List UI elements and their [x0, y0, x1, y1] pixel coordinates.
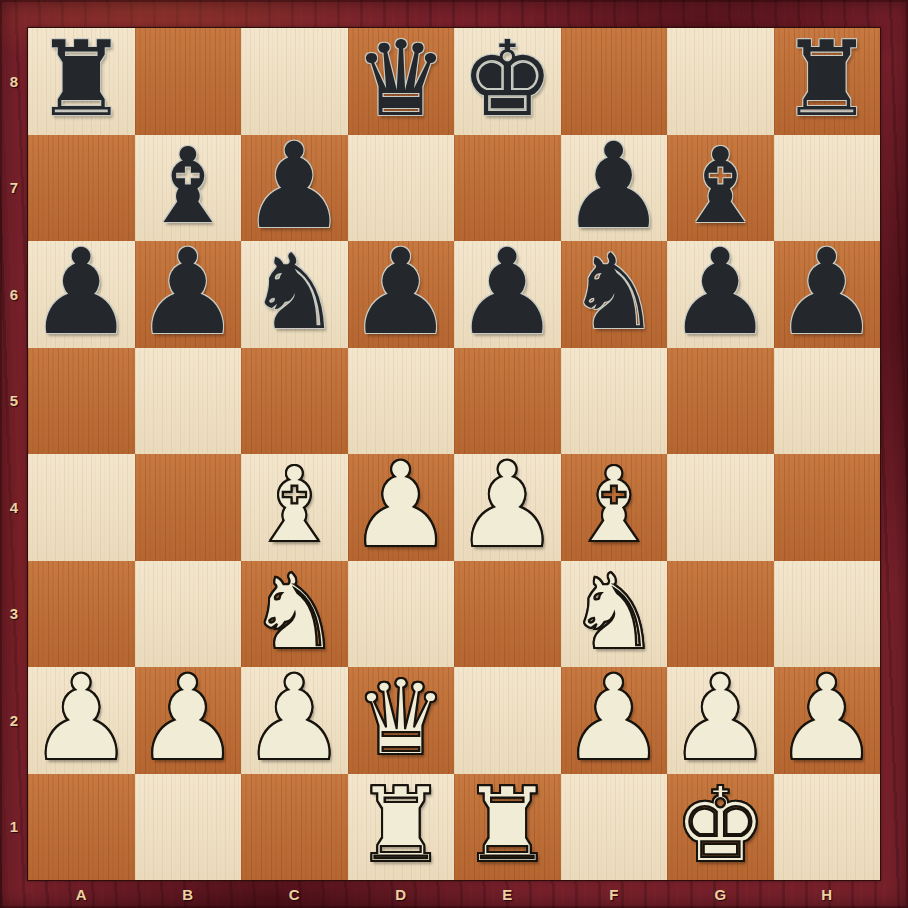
square-a5[interactable]	[28, 348, 135, 455]
square-g6[interactable]: ♟	[667, 241, 774, 348]
square-d5[interactable]	[348, 348, 455, 455]
square-f1[interactable]	[561, 774, 668, 881]
black-rook[interactable]: ♜	[35, 28, 128, 131]
square-c5[interactable]	[241, 348, 348, 455]
white-rook[interactable]: ♜	[461, 774, 554, 877]
rank-label-6: 6	[10, 286, 18, 303]
white-pawn[interactable]: ♟	[561, 667, 667, 774]
black-rook[interactable]: ♜	[780, 28, 873, 131]
square-h3[interactable]	[774, 561, 881, 668]
square-d3[interactable]	[348, 561, 455, 668]
black-pawn[interactable]: ♟	[774, 241, 880, 348]
black-pawn[interactable]: ♟	[454, 241, 560, 348]
black-queen[interactable]: ♛	[354, 28, 447, 131]
white-rook[interactable]: ♜	[354, 774, 447, 877]
square-c3[interactable]: ♞	[241, 561, 348, 668]
white-pawn[interactable]: ♟	[348, 454, 454, 561]
square-a8[interactable]: ♜	[28, 28, 135, 135]
square-b3[interactable]	[135, 561, 242, 668]
black-pawn[interactable]: ♟	[135, 241, 241, 348]
white-pawn[interactable]: ♟	[241, 667, 347, 774]
square-h5[interactable]	[774, 348, 881, 455]
white-pawn[interactable]: ♟	[774, 667, 880, 774]
square-d8[interactable]: ♛	[348, 28, 455, 135]
white-knight[interactable]: ♞	[567, 561, 660, 664]
file-label-c: C	[289, 886, 300, 903]
square-b6[interactable]: ♟	[135, 241, 242, 348]
black-knight[interactable]: ♞	[248, 241, 341, 344]
file-label-g: G	[714, 886, 726, 903]
square-a6[interactable]: ♟	[28, 241, 135, 348]
square-h8[interactable]: ♜	[774, 28, 881, 135]
square-d7[interactable]	[348, 135, 455, 242]
square-f3[interactable]: ♞	[561, 561, 668, 668]
square-b1[interactable]	[135, 774, 242, 881]
square-b4[interactable]	[135, 454, 242, 561]
black-pawn[interactable]: ♟	[28, 241, 134, 348]
square-d2[interactable]: ♛	[348, 667, 455, 774]
square-f8[interactable]	[561, 28, 668, 135]
square-a1[interactable]	[28, 774, 135, 881]
square-g1[interactable]: ♚	[667, 774, 774, 881]
square-g2[interactable]: ♟	[667, 667, 774, 774]
square-f2[interactable]: ♟	[561, 667, 668, 774]
square-e6[interactable]: ♟	[454, 241, 561, 348]
file-label-h: H	[821, 886, 832, 903]
rank-label-5: 5	[10, 392, 18, 409]
white-bishop[interactable]: ♝	[567, 454, 660, 557]
square-b7[interactable]: ♝	[135, 135, 242, 242]
file-label-b: B	[182, 886, 193, 903]
square-c8[interactable]	[241, 28, 348, 135]
square-h1[interactable]	[774, 774, 881, 881]
file-label-f: F	[609, 886, 618, 903]
black-pawn[interactable]: ♟	[667, 241, 773, 348]
white-pawn[interactable]: ♟	[135, 667, 241, 774]
square-f4[interactable]: ♝	[561, 454, 668, 561]
square-g4[interactable]	[667, 454, 774, 561]
square-b2[interactable]: ♟	[135, 667, 242, 774]
square-c4[interactable]: ♝	[241, 454, 348, 561]
square-c6[interactable]: ♞	[241, 241, 348, 348]
rank-labels: 87654321	[0, 28, 28, 880]
square-h2[interactable]: ♟	[774, 667, 881, 774]
rank-label-7: 7	[10, 179, 18, 196]
white-pawn[interactable]: ♟	[28, 667, 134, 774]
file-label-a: A	[76, 886, 87, 903]
file-label-e: E	[502, 886, 512, 903]
square-e4[interactable]: ♟	[454, 454, 561, 561]
square-g8[interactable]	[667, 28, 774, 135]
square-b8[interactable]	[135, 28, 242, 135]
square-h6[interactable]: ♟	[774, 241, 881, 348]
square-f5[interactable]	[561, 348, 668, 455]
square-h4[interactable]	[774, 454, 881, 561]
white-pawn[interactable]: ♟	[454, 454, 560, 561]
square-d4[interactable]: ♟	[348, 454, 455, 561]
square-d6[interactable]: ♟	[348, 241, 455, 348]
black-bishop[interactable]: ♝	[141, 135, 234, 238]
board: ♜♛♚♜♝♟♟♝♟♟♞♟♟♞♟♟♝♟♟♝♞♞♟♟♟♛♟♟♟♜♜♚	[28, 28, 880, 880]
white-bishop[interactable]: ♝	[248, 454, 341, 557]
square-f7[interactable]: ♟	[561, 135, 668, 242]
square-b5[interactable]	[135, 348, 242, 455]
white-pawn[interactable]: ♟	[667, 667, 773, 774]
square-a2[interactable]: ♟	[28, 667, 135, 774]
square-e7[interactable]	[454, 135, 561, 242]
board-frame: 87654321 ABCDEFGH ♜♛♚♜♝♟♟♝♟♟♞♟♟♞♟♟♝♟♟♝♞♞…	[0, 0, 908, 908]
square-g5[interactable]	[667, 348, 774, 455]
square-e8[interactable]: ♚	[454, 28, 561, 135]
square-e2[interactable]	[454, 667, 561, 774]
black-pawn[interactable]: ♟	[348, 241, 454, 348]
square-d1[interactable]: ♜	[348, 774, 455, 881]
white-knight[interactable]: ♞	[248, 561, 341, 664]
rank-label-4: 4	[10, 499, 18, 516]
square-h7[interactable]	[774, 135, 881, 242]
square-g3[interactable]	[667, 561, 774, 668]
square-a4[interactable]	[28, 454, 135, 561]
square-c7[interactable]: ♟	[241, 135, 348, 242]
file-label-d: D	[395, 886, 406, 903]
black-knight[interactable]: ♞	[567, 241, 660, 344]
square-e5[interactable]	[454, 348, 561, 455]
square-e3[interactable]	[454, 561, 561, 668]
white-king[interactable]: ♚	[674, 774, 767, 877]
file-labels: ABCDEFGH	[28, 880, 880, 908]
black-bishop[interactable]: ♝	[674, 135, 767, 238]
rank-label-1: 1	[10, 818, 18, 835]
rank-label-3: 3	[10, 605, 18, 622]
square-c2[interactable]: ♟	[241, 667, 348, 774]
rank-label-2: 2	[10, 712, 18, 729]
black-pawn[interactable]: ♟	[561, 135, 667, 242]
square-c1[interactable]	[241, 774, 348, 881]
black-pawn[interactable]: ♟	[241, 135, 347, 242]
square-a7[interactable]	[28, 135, 135, 242]
square-e1[interactable]: ♜	[454, 774, 561, 881]
rank-label-8: 8	[10, 73, 18, 90]
square-a3[interactable]	[28, 561, 135, 668]
square-g7[interactable]: ♝	[667, 135, 774, 242]
black-king[interactable]: ♚	[461, 28, 554, 131]
white-queen[interactable]: ♛	[354, 667, 447, 770]
square-f6[interactable]: ♞	[561, 241, 668, 348]
